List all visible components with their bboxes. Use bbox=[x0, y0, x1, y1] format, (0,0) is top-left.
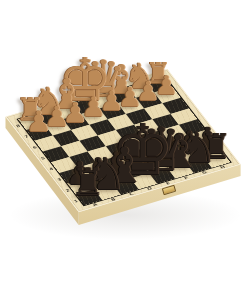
file-label-b: B bbox=[110, 197, 116, 201]
rank-label-5: 5 bbox=[40, 156, 46, 160]
file-label-e: E bbox=[165, 181, 171, 185]
rank-label-6: 6 bbox=[32, 145, 38, 149]
file-label-g: G bbox=[201, 171, 208, 175]
chess-set-photo: 87654321ABCDEFGH ♜♞♝♚♛♝♞♜♟♟♟♟♟♟♟♟♟♟♟♟♟♟♟… bbox=[0, 0, 250, 300]
rank-label-7: 7 bbox=[24, 135, 30, 139]
file-label-d: D bbox=[147, 187, 154, 191]
rank-label-1: 1 bbox=[73, 199, 79, 203]
rank-label-2: 2 bbox=[65, 188, 71, 192]
rank-label-4: 4 bbox=[48, 167, 54, 171]
file-label-f: F bbox=[183, 176, 189, 180]
file-label-a: A bbox=[92, 203, 98, 207]
file-label-h: H bbox=[220, 165, 227, 169]
file-label-c: C bbox=[129, 192, 135, 196]
rank-label-8: 8 bbox=[15, 124, 21, 128]
rank-label-3: 3 bbox=[57, 178, 63, 182]
